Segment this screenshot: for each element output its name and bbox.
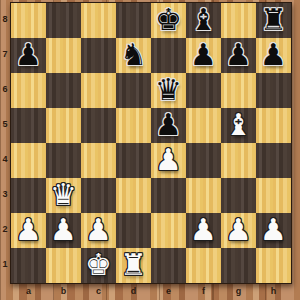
file-label-c: c xyxy=(81,283,116,300)
file-label-f: f xyxy=(186,283,221,300)
square-g4[interactable] xyxy=(221,143,256,178)
black-king-icon[interactable]: ♚ xyxy=(155,5,182,35)
black-rook-icon[interactable]: ♜ xyxy=(260,5,287,35)
square-e6[interactable]: ♛ xyxy=(151,73,186,108)
white-pawn-icon[interactable]: ♟ xyxy=(260,215,287,245)
square-a7[interactable]: ♟ xyxy=(11,38,46,73)
square-f2[interactable]: ♟ xyxy=(186,213,221,248)
white-king-icon[interactable]: ♚ xyxy=(85,250,112,280)
square-d7[interactable]: ♞ xyxy=(116,38,151,73)
square-c3[interactable] xyxy=(81,178,116,213)
square-f7[interactable]: ♟ xyxy=(186,38,221,73)
file-label-a: a xyxy=(11,283,46,300)
square-g1[interactable] xyxy=(221,248,256,283)
chess-board: ♚♝♜♟♞♟♟♟♛♟♝♟♛♟♟♟♟♟♟♚♜ xyxy=(10,2,292,284)
square-a6[interactable] xyxy=(11,73,46,108)
square-f1[interactable] xyxy=(186,248,221,283)
square-h3[interactable] xyxy=(256,178,291,213)
black-pawn-icon[interactable]: ♟ xyxy=(15,40,42,70)
square-g8[interactable] xyxy=(221,3,256,38)
file-label-h: h xyxy=(256,283,291,300)
square-f8[interactable]: ♝ xyxy=(186,3,221,38)
square-b2[interactable]: ♟ xyxy=(46,213,81,248)
square-c4[interactable] xyxy=(81,143,116,178)
square-c2[interactable]: ♟ xyxy=(81,213,116,248)
black-queen-icon[interactable]: ♛ xyxy=(155,75,182,105)
rank-label-8: 8 xyxy=(0,2,10,37)
square-g3[interactable] xyxy=(221,178,256,213)
square-e4[interactable]: ♟ xyxy=(151,143,186,178)
square-b8[interactable] xyxy=(46,3,81,38)
square-h5[interactable] xyxy=(256,108,291,143)
board-frame: ♚♝♜♟♞♟♟♟♛♟♝♟♛♟♟♟♟♟♟♚♜ 87654321abcdefgh xyxy=(0,0,300,300)
square-f5[interactable] xyxy=(186,108,221,143)
square-b7[interactable] xyxy=(46,38,81,73)
black-knight-icon[interactable]: ♞ xyxy=(120,40,147,70)
rank-label-7: 7 xyxy=(0,37,10,72)
square-h6[interactable] xyxy=(256,73,291,108)
square-h2[interactable]: ♟ xyxy=(256,213,291,248)
square-f6[interactable] xyxy=(186,73,221,108)
rank-label-2: 2 xyxy=(0,212,10,247)
square-e8[interactable]: ♚ xyxy=(151,3,186,38)
black-pawn-icon[interactable]: ♟ xyxy=(225,40,252,70)
square-f4[interactable] xyxy=(186,143,221,178)
square-d2[interactable] xyxy=(116,213,151,248)
square-h7[interactable]: ♟ xyxy=(256,38,291,73)
square-b1[interactable] xyxy=(46,248,81,283)
square-c6[interactable] xyxy=(81,73,116,108)
square-g2[interactable]: ♟ xyxy=(221,213,256,248)
square-g6[interactable] xyxy=(221,73,256,108)
square-a3[interactable] xyxy=(11,178,46,213)
white-pawn-icon[interactable]: ♟ xyxy=(225,215,252,245)
rank-label-1: 1 xyxy=(0,247,10,282)
white-pawn-icon[interactable]: ♟ xyxy=(15,215,42,245)
rank-label-5: 5 xyxy=(0,107,10,142)
file-label-d: d xyxy=(116,283,151,300)
square-a4[interactable] xyxy=(11,143,46,178)
square-f3[interactable] xyxy=(186,178,221,213)
black-pawn-icon[interactable]: ♟ xyxy=(155,110,182,140)
square-e5[interactable]: ♟ xyxy=(151,108,186,143)
rank-label-3: 3 xyxy=(0,177,10,212)
square-b3[interactable]: ♛ xyxy=(46,178,81,213)
white-pawn-icon[interactable]: ♟ xyxy=(50,215,77,245)
black-pawn-icon[interactable]: ♟ xyxy=(260,40,287,70)
square-a2[interactable]: ♟ xyxy=(11,213,46,248)
square-d5[interactable] xyxy=(116,108,151,143)
square-h8[interactable]: ♜ xyxy=(256,3,291,38)
square-c5[interactable] xyxy=(81,108,116,143)
square-d3[interactable] xyxy=(116,178,151,213)
square-b6[interactable] xyxy=(46,73,81,108)
square-c1[interactable]: ♚ xyxy=(81,248,116,283)
rank-label-6: 6 xyxy=(0,72,10,107)
black-pawn-icon[interactable]: ♟ xyxy=(190,40,217,70)
square-e1[interactable] xyxy=(151,248,186,283)
file-label-e: e xyxy=(151,283,186,300)
white-rook-icon[interactable]: ♜ xyxy=(120,250,147,280)
white-pawn-icon[interactable]: ♟ xyxy=(155,145,182,175)
square-a1[interactable] xyxy=(11,248,46,283)
white-pawn-icon[interactable]: ♟ xyxy=(190,215,217,245)
white-pawn-icon[interactable]: ♟ xyxy=(85,215,112,245)
square-e2[interactable] xyxy=(151,213,186,248)
square-d8[interactable] xyxy=(116,3,151,38)
white-queen-icon[interactable]: ♛ xyxy=(50,180,77,210)
square-a8[interactable] xyxy=(11,3,46,38)
square-d1[interactable]: ♜ xyxy=(116,248,151,283)
square-a5[interactable] xyxy=(11,108,46,143)
square-h1[interactable] xyxy=(256,248,291,283)
black-bishop-icon[interactable]: ♝ xyxy=(190,5,217,35)
rank-label-4: 4 xyxy=(0,142,10,177)
file-label-g: g xyxy=(221,283,256,300)
square-g5[interactable]: ♝ xyxy=(221,108,256,143)
white-bishop-icon[interactable]: ♝ xyxy=(225,110,252,140)
square-c8[interactable] xyxy=(81,3,116,38)
file-label-b: b xyxy=(46,283,81,300)
square-e3[interactable] xyxy=(151,178,186,213)
square-h4[interactable] xyxy=(256,143,291,178)
square-d6[interactable] xyxy=(116,73,151,108)
square-d4[interactable] xyxy=(116,143,151,178)
square-e7[interactable] xyxy=(151,38,186,73)
square-b5[interactable] xyxy=(46,108,81,143)
square-c7[interactable] xyxy=(81,38,116,73)
square-b4[interactable] xyxy=(46,143,81,178)
square-g7[interactable]: ♟ xyxy=(221,38,256,73)
